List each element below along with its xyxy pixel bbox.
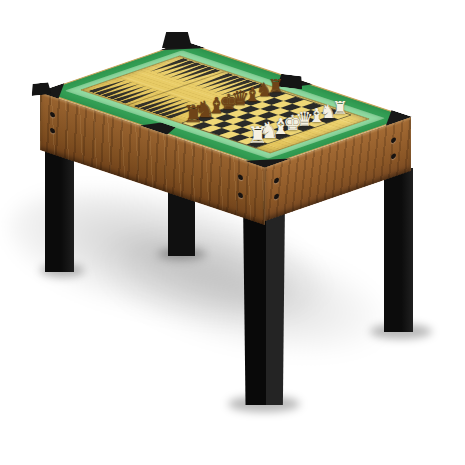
- screw-icon: [391, 137, 396, 144]
- chess-piece-white-rook[interactable]: ♜: [247, 123, 268, 146]
- pocket-cap-left-corner: [30, 82, 51, 96]
- screw-icon: [238, 174, 243, 181]
- screw-icon: [238, 192, 243, 199]
- right-leg: [384, 168, 413, 332]
- pocket-cap-back-corner: [162, 32, 192, 48]
- screw-icon: [391, 153, 396, 160]
- chess-piece-bronze-rook[interactable]: ♜: [183, 101, 204, 124]
- screw-icon: [274, 193, 279, 200]
- product-photo-scene: ♜♜♞♞♝♝♛♛♚♚♝♝♞♞♜♜: [0, 0, 465, 465]
- screw-icon: [50, 127, 55, 134]
- left-leg: [45, 148, 74, 272]
- screw-icon: [50, 111, 55, 118]
- front-leg: [243, 200, 285, 405]
- screw-icon: [274, 177, 279, 184]
